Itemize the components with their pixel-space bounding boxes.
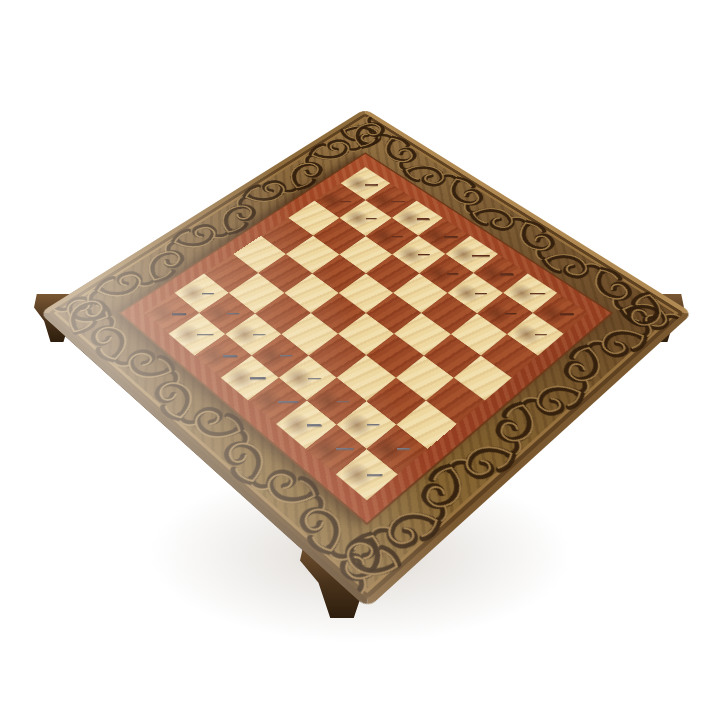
chess-board: ♜♞♝♛♚♝♞♜♟♟♟♟♟♟♟♟♟♟♟♟♟♟♟♟♜♞♝♛♚♝♞♜ <box>39 109 692 609</box>
product-photo-stage: ♜♞♝♛♚♝♞♜♟♟♟♟♟♟♟♟♟♟♟♟♟♟♟♟♜♞♝♛♚♝♞♜ <box>0 0 720 720</box>
perspective-scene: ♜♞♝♛♚♝♞♜♟♟♟♟♟♟♟♟♟♟♟♟♟♟♟♟♜♞♝♛♚♝♞♜ <box>0 0 720 720</box>
